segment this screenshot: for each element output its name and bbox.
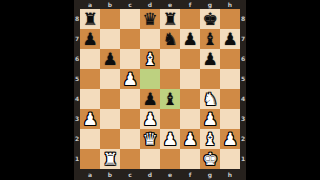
file-label-g: g bbox=[200, 0, 220, 9]
square-b2[interactable] bbox=[100, 129, 120, 149]
square-g2[interactable]: ♝ bbox=[200, 129, 220, 149]
file-label-g: g bbox=[200, 169, 220, 180]
square-f2[interactable]: ♟ bbox=[180, 129, 200, 149]
square-c1[interactable] bbox=[120, 149, 140, 169]
square-d5[interactable] bbox=[140, 69, 160, 89]
square-f7[interactable]: ♟ bbox=[180, 29, 200, 49]
file-label-a: a bbox=[80, 169, 100, 180]
square-f5[interactable] bbox=[180, 69, 200, 89]
file-label-h: h bbox=[220, 0, 240, 9]
white-pawn-a3[interactable]: ♟ bbox=[82, 109, 97, 129]
square-b3[interactable] bbox=[100, 109, 120, 129]
square-c4[interactable] bbox=[120, 89, 140, 109]
square-h7[interactable]: ♟ bbox=[220, 29, 240, 49]
square-h5[interactable] bbox=[220, 69, 240, 89]
square-g3[interactable]: ♟ bbox=[200, 109, 220, 129]
square-g5[interactable] bbox=[200, 69, 220, 89]
chess-board: abcdefgh 87654321 ♜♛♜♚♟♞♟♝♟♟♝♟♟♟♝♞♟♟♟♛♟♟… bbox=[74, 0, 246, 180]
file-label-e: e bbox=[160, 169, 180, 180]
black-pawn-h7[interactable]: ♟ bbox=[222, 29, 237, 49]
square-h8[interactable] bbox=[220, 9, 240, 29]
white-pawn-c5[interactable]: ♟ bbox=[122, 69, 137, 89]
rank-label-1: 1 bbox=[240, 149, 246, 169]
square-e7[interactable]: ♞ bbox=[160, 29, 180, 49]
square-e3[interactable] bbox=[160, 109, 180, 129]
square-e1[interactable] bbox=[160, 149, 180, 169]
square-d4[interactable]: ♟ bbox=[140, 89, 160, 109]
square-d6[interactable]: ♝ bbox=[140, 49, 160, 69]
black-queen-d8[interactable]: ♛ bbox=[142, 9, 157, 29]
square-b4[interactable] bbox=[100, 89, 120, 109]
square-a2[interactable] bbox=[80, 129, 100, 149]
rank-label-6: 6 bbox=[240, 49, 246, 69]
square-d7[interactable] bbox=[140, 29, 160, 49]
black-pawn-a7[interactable]: ♟ bbox=[82, 29, 97, 49]
square-c8[interactable] bbox=[120, 9, 140, 29]
white-pawn-f2[interactable]: ♟ bbox=[182, 129, 197, 149]
file-labels-bottom: abcdefgh bbox=[80, 169, 240, 180]
file-label-c: c bbox=[120, 169, 140, 180]
square-f6[interactable] bbox=[180, 49, 200, 69]
frame-corner bbox=[240, 169, 246, 180]
file-label-b: b bbox=[100, 0, 120, 9]
square-b6[interactable]: ♟ bbox=[100, 49, 120, 69]
black-bishop-g7[interactable]: ♝ bbox=[202, 29, 217, 49]
square-f4[interactable] bbox=[180, 89, 200, 109]
black-king-g8[interactable]: ♚ bbox=[202, 9, 217, 29]
square-f3[interactable] bbox=[180, 109, 200, 129]
white-knight-g4[interactable]: ♞ bbox=[202, 89, 217, 109]
square-b5[interactable] bbox=[100, 69, 120, 89]
square-d8[interactable]: ♛ bbox=[140, 9, 160, 29]
square-d1[interactable] bbox=[140, 149, 160, 169]
file-label-f: f bbox=[180, 0, 200, 9]
rank-label-3: 3 bbox=[240, 109, 246, 129]
rank-labels-right: 87654321 bbox=[240, 9, 246, 169]
square-c6[interactable] bbox=[120, 49, 140, 69]
black-pawn-b6[interactable]: ♟ bbox=[102, 49, 117, 69]
black-pawn-f7[interactable]: ♟ bbox=[182, 29, 197, 49]
square-a3[interactable]: ♟ bbox=[80, 109, 100, 129]
square-d3[interactable]: ♟ bbox=[140, 109, 160, 129]
rank-label-2: 2 bbox=[240, 129, 246, 149]
white-king-g1[interactable]: ♚ bbox=[202, 149, 217, 169]
square-a7[interactable]: ♟ bbox=[80, 29, 100, 49]
square-g1[interactable]: ♚ bbox=[200, 149, 220, 169]
square-f1[interactable] bbox=[180, 149, 200, 169]
white-pawn-g3[interactable]: ♟ bbox=[202, 109, 217, 129]
white-pawn-d3[interactable]: ♟ bbox=[142, 109, 157, 129]
square-h4[interactable] bbox=[220, 89, 240, 109]
square-a4[interactable] bbox=[80, 89, 100, 109]
white-bishop-d6[interactable]: ♝ bbox=[142, 49, 157, 69]
square-a1[interactable] bbox=[80, 149, 100, 169]
page-background: abcdefgh 87654321 ♜♛♜♚♟♞♟♝♟♟♝♟♟♟♝♞♟♟♟♛♟♟… bbox=[0, 0, 320, 180]
square-a5[interactable] bbox=[80, 69, 100, 89]
square-g8[interactable]: ♚ bbox=[200, 9, 220, 29]
black-bishop-e4[interactable]: ♝ bbox=[162, 89, 177, 109]
board-squares: ♜♛♜♚♟♞♟♝♟♟♝♟♟♟♝♞♟♟♟♛♟♟♝♟♜♚ bbox=[80, 9, 240, 169]
square-a6[interactable] bbox=[80, 49, 100, 69]
square-b1[interactable]: ♜ bbox=[100, 149, 120, 169]
file-label-d: d bbox=[140, 0, 160, 9]
rank-label-7: 7 bbox=[240, 29, 246, 49]
black-pawn-g6[interactable]: ♟ bbox=[202, 49, 217, 69]
square-b7[interactable] bbox=[100, 29, 120, 49]
file-label-f: f bbox=[180, 169, 200, 180]
rank-label-8: 8 bbox=[240, 9, 246, 29]
square-e2[interactable]: ♟ bbox=[160, 129, 180, 149]
file-labels-top: abcdefgh bbox=[80, 0, 240, 9]
file-label-d: d bbox=[140, 169, 160, 180]
square-g4[interactable]: ♞ bbox=[200, 89, 220, 109]
square-e8[interactable]: ♜ bbox=[160, 9, 180, 29]
white-rook-b1[interactable]: ♜ bbox=[102, 149, 117, 169]
file-label-a: a bbox=[80, 0, 100, 9]
square-h2[interactable]: ♟ bbox=[220, 129, 240, 149]
square-h6[interactable] bbox=[220, 49, 240, 69]
rank-label-4: 4 bbox=[240, 89, 246, 109]
rank-label-5: 5 bbox=[240, 69, 246, 89]
white-pawn-e2[interactable]: ♟ bbox=[162, 129, 177, 149]
square-h3[interactable] bbox=[220, 109, 240, 129]
black-knight-e7[interactable]: ♞ bbox=[162, 29, 177, 49]
square-e5[interactable] bbox=[160, 69, 180, 89]
square-d2[interactable]: ♛ bbox=[140, 129, 160, 149]
square-c2[interactable] bbox=[120, 129, 140, 149]
file-label-h: h bbox=[220, 169, 240, 180]
square-f8[interactable] bbox=[180, 9, 200, 29]
white-queen-d2[interactable]: ♛ bbox=[142, 129, 157, 149]
square-b8[interactable] bbox=[100, 9, 120, 29]
square-a8[interactable]: ♜ bbox=[80, 9, 100, 29]
white-bishop-g2[interactable]: ♝ bbox=[202, 129, 217, 149]
square-h1[interactable] bbox=[220, 149, 240, 169]
square-e4[interactable]: ♝ bbox=[160, 89, 180, 109]
square-e6[interactable] bbox=[160, 49, 180, 69]
black-rook-a8[interactable]: ♜ bbox=[82, 9, 97, 29]
square-g6[interactable]: ♟ bbox=[200, 49, 220, 69]
file-label-b: b bbox=[100, 169, 120, 180]
white-pawn-h2[interactable]: ♟ bbox=[222, 129, 237, 149]
black-rook-e8[interactable]: ♜ bbox=[162, 9, 177, 29]
square-c5[interactable]: ♟ bbox=[120, 69, 140, 89]
square-g7[interactable]: ♝ bbox=[200, 29, 220, 49]
black-pawn-d4[interactable]: ♟ bbox=[142, 89, 157, 109]
file-label-e: e bbox=[160, 0, 180, 9]
square-c3[interactable] bbox=[120, 109, 140, 129]
frame-corner bbox=[240, 0, 246, 9]
square-c7[interactable] bbox=[120, 29, 140, 49]
file-label-c: c bbox=[120, 0, 140, 9]
